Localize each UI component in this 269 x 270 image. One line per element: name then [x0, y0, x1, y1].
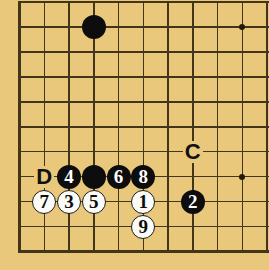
black-stone-e4[interactable]: 6 — [107, 165, 131, 189]
grid-line-horizontal — [18, 51, 269, 53]
white-stone-f2[interactable]: 9 — [131, 215, 155, 239]
grid-line-horizontal — [18, 250, 269, 253]
white-stone-f3[interactable]: 1 — [131, 190, 155, 214]
grid-line-horizontal — [18, 126, 269, 128]
move-number: 4 — [64, 167, 74, 186]
move-number: 1 — [139, 192, 149, 211]
black-stone-d4[interactable] — [82, 165, 106, 189]
go-diagram: CD468273519 — [0, 0, 269, 270]
grid-line-horizontal — [18, 1, 269, 3]
go-board[interactable]: CD468273519 — [0, 0, 269, 270]
grid-line-horizontal — [18, 76, 269, 78]
move-number: 2 — [188, 192, 198, 211]
white-stone-b3[interactable]: 7 — [32, 190, 56, 214]
point-label-h5[interactable]: C — [183, 141, 203, 163]
move-number: 9 — [139, 217, 149, 236]
black-stone-d10[interactable] — [82, 15, 106, 39]
black-stone-h3[interactable]: 2 — [181, 190, 205, 214]
move-number: 7 — [40, 192, 50, 211]
move-number: 8 — [139, 167, 149, 186]
star-point-k4 — [239, 174, 245, 180]
point-label-b4[interactable]: D — [34, 166, 54, 188]
grid-line-horizontal — [18, 101, 269, 103]
black-stone-c4[interactable]: 4 — [57, 165, 81, 189]
grid-line-horizontal — [18, 26, 269, 28]
black-stone-f4[interactable]: 8 — [131, 165, 155, 189]
move-number: 6 — [114, 167, 124, 186]
grid-line-horizontal — [18, 151, 269, 153]
star-point-k10 — [239, 24, 245, 30]
white-stone-d3[interactable]: 5 — [82, 190, 106, 214]
move-number: 5 — [89, 192, 99, 211]
move-number: 3 — [64, 192, 74, 211]
white-stone-c3[interactable]: 3 — [57, 190, 81, 214]
